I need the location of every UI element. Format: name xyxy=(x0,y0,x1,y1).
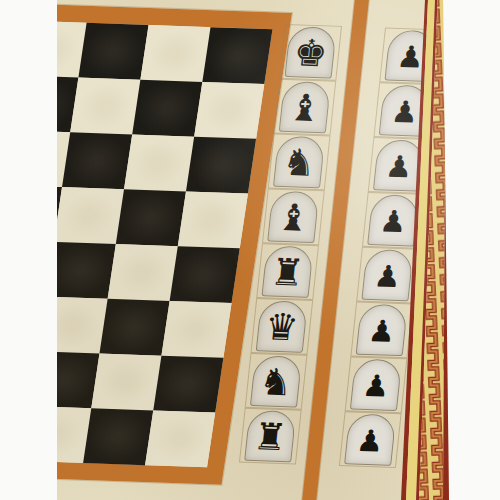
photo-background: ♚♝♞♝♜♛♞♜ ♟♟♟♟♟♟♟♟ xyxy=(0,0,500,500)
greek-key-border xyxy=(57,0,451,500)
board-photo: ♚♝♞♝♜♛♞♜ ♟♟♟♟♟♟♟♟ xyxy=(57,0,451,500)
